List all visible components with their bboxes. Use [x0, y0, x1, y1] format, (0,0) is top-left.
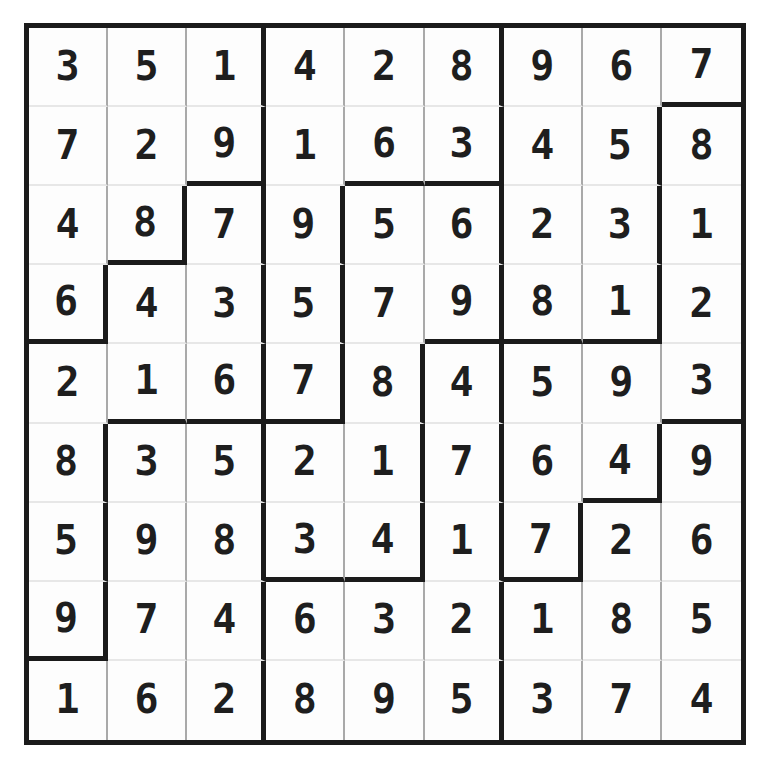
cell-r9c4[interactable]: 8 — [266, 661, 345, 740]
digit: 7 — [212, 204, 236, 244]
cell-r6c2[interactable]: 3 — [108, 424, 187, 503]
cell-r5c9[interactable]: 3 — [662, 344, 741, 423]
digit: 2 — [372, 46, 396, 86]
cell-r3c2[interactable]: 8 — [108, 186, 187, 265]
digit: 1 — [450, 520, 474, 560]
cell-r6c5[interactable]: 1 — [345, 424, 424, 503]
cell-r6c1[interactable]: 8 — [29, 424, 108, 503]
digit: 1 — [56, 679, 80, 719]
digit: 2 — [293, 441, 317, 481]
digit: 3 — [608, 204, 632, 244]
digit: 1 — [608, 281, 632, 321]
cell-r1c7[interactable]: 9 — [504, 28, 583, 107]
cell-r1c4[interactable]: 4 — [266, 28, 345, 107]
digit: 5 — [689, 599, 713, 639]
digit: 9 — [609, 362, 633, 402]
cell-r2c3[interactable]: 9 — [187, 107, 266, 186]
digit: 3 — [293, 519, 317, 559]
digit: 2 — [212, 679, 236, 719]
cell-r5c3[interactable]: 6 — [187, 344, 266, 423]
digit: 6 — [689, 520, 713, 560]
cell-r2c4[interactable]: 1 — [266, 107, 345, 186]
cell-r2c7[interactable]: 4 — [504, 107, 583, 186]
digit: 3 — [530, 679, 554, 719]
digit: 5 — [291, 283, 315, 323]
cell-r3c4[interactable]: 9 — [266, 186, 345, 265]
digit: 7 — [450, 441, 474, 481]
cell-r4c3[interactable]: 3 — [187, 265, 266, 344]
cell-r2c5[interactable]: 6 — [345, 107, 424, 186]
cell-r4c7[interactable]: 8 — [504, 265, 583, 344]
cell-r7c8[interactable]: 2 — [583, 503, 662, 582]
digit: 1 — [370, 441, 394, 481]
digit: 6 — [372, 123, 396, 163]
cell-r9c5[interactable]: 9 — [345, 661, 424, 740]
cell-r9c7[interactable]: 3 — [504, 661, 583, 740]
digit: 1 — [293, 125, 317, 165]
cell-r7c9[interactable]: 6 — [662, 503, 741, 582]
cell-r3c7[interactable]: 2 — [504, 186, 583, 265]
cell-r5c1[interactable]: 2 — [29, 344, 108, 423]
cell-r9c2[interactable]: 6 — [108, 661, 187, 740]
digit: 4 — [293, 46, 317, 86]
digit: 7 — [56, 125, 80, 165]
cell-r3c3[interactable]: 7 — [187, 186, 266, 265]
cell-r6c8[interactable]: 4 — [583, 424, 662, 503]
digit: 8 — [293, 679, 317, 719]
cell-r1c8[interactable]: 6 — [583, 28, 662, 107]
digit: 3 — [450, 123, 474, 163]
digit: 6 — [54, 281, 78, 321]
cell-r4c6[interactable]: 9 — [425, 265, 504, 344]
digit: 8 — [133, 202, 157, 242]
cell-r5c8[interactable]: 9 — [583, 344, 662, 423]
cell-r9c8[interactable]: 7 — [583, 661, 662, 740]
digit: 3 — [56, 46, 80, 86]
digit: 6 — [609, 46, 633, 86]
digit: 4 — [56, 204, 80, 244]
cell-r9c6[interactable]: 5 — [425, 661, 504, 740]
digit: 6 — [530, 441, 554, 481]
cell-r5c6[interactable]: 4 — [425, 344, 504, 423]
cell-r8c3[interactable]: 4 — [187, 582, 266, 661]
cell-r6c6[interactable]: 7 — [425, 424, 504, 503]
cell-r4c9[interactable]: 2 — [662, 265, 741, 344]
cell-r6c9[interactable]: 9 — [662, 424, 741, 503]
cell-r4c5[interactable]: 7 — [345, 265, 424, 344]
digit: 5 — [54, 520, 78, 560]
cell-r9c9[interactable]: 4 — [662, 661, 741, 740]
digit: 4 — [370, 519, 394, 559]
digit: 5 — [372, 204, 396, 244]
digit: 4 — [135, 283, 159, 323]
cell-r6c4[interactable]: 2 — [266, 424, 345, 503]
cell-r6c3[interactable]: 5 — [187, 424, 266, 503]
cell-r7c6[interactable]: 1 — [425, 503, 504, 582]
cell-r3c5[interactable]: 5 — [345, 186, 424, 265]
digit: 7 — [372, 283, 396, 323]
digit: 5 — [212, 441, 236, 481]
cell-r7c3[interactable]: 8 — [187, 503, 266, 582]
digit: 1 — [689, 204, 713, 244]
digit: 5 — [608, 125, 632, 165]
cell-r4c1[interactable]: 6 — [29, 265, 108, 344]
digit: 2 — [135, 125, 159, 165]
digit: 6 — [293, 599, 317, 639]
digit: 4 — [530, 125, 554, 165]
cell-r8c5[interactable]: 3 — [345, 582, 424, 661]
cell-r4c2[interactable]: 4 — [108, 265, 187, 344]
digit: 2 — [530, 204, 554, 244]
cell-r9c3[interactable]: 2 — [187, 661, 266, 740]
cell-r7c5[interactable]: 4 — [345, 503, 424, 582]
cell-r2c1[interactable]: 7 — [29, 107, 108, 186]
page: 3514289677291634584879562316435798122167… — [0, 0, 768, 768]
cell-r3c9[interactable]: 1 — [662, 186, 741, 265]
digit: 8 — [530, 281, 554, 321]
cell-r8c2[interactable]: 7 — [108, 582, 187, 661]
digit: 8 — [609, 599, 633, 639]
cell-r2c6[interactable]: 3 — [425, 107, 504, 186]
cell-r7c7[interactable]: 7 — [504, 503, 583, 582]
cell-r2c9[interactable]: 8 — [662, 107, 741, 186]
cell-r9c1[interactable]: 1 — [29, 661, 108, 740]
digit: 7 — [291, 360, 315, 400]
cell-r2c2[interactable]: 2 — [108, 107, 187, 186]
cell-r1c6[interactable]: 8 — [425, 28, 504, 107]
cell-r1c5[interactable]: 2 — [345, 28, 424, 107]
cell-r1c2[interactable]: 5 — [108, 28, 187, 107]
digit: 4 — [689, 679, 713, 719]
digit: 8 — [212, 520, 236, 560]
cell-r5c5[interactable]: 8 — [345, 344, 424, 423]
sudoku-board: 3514289677291634584879562316435798122167… — [24, 23, 746, 745]
cell-r8c7[interactable]: 1 — [504, 582, 583, 661]
digit: 5 — [135, 46, 159, 86]
cell-r1c1[interactable]: 3 — [29, 28, 108, 107]
cell-r6c7[interactable]: 6 — [504, 424, 583, 503]
cell-r8c8[interactable]: 8 — [583, 582, 662, 661]
digit: 9 — [54, 598, 78, 638]
digit: 3 — [689, 360, 713, 400]
digit: 6 — [135, 679, 159, 719]
cell-r5c7[interactable]: 5 — [504, 344, 583, 423]
digit: 3 — [372, 599, 396, 639]
digit: 6 — [450, 204, 474, 244]
cell-r1c9[interactable]: 7 — [662, 28, 741, 107]
digit: 7 — [609, 679, 633, 719]
digit: 5 — [450, 679, 474, 719]
cell-r3c6[interactable]: 6 — [425, 186, 504, 265]
digit: 2 — [689, 283, 713, 323]
cell-r8c4[interactable]: 6 — [266, 582, 345, 661]
cell-r3c1[interactable]: 4 — [29, 186, 108, 265]
digit: 8 — [370, 362, 394, 402]
cell-r8c6[interactable]: 2 — [425, 582, 504, 661]
digit: 9 — [212, 123, 236, 163]
cell-r5c2[interactable]: 1 — [108, 344, 187, 423]
digit: 5 — [530, 362, 554, 402]
digit: 9 — [135, 520, 159, 560]
digit: 7 — [529, 519, 553, 559]
cell-r8c1[interactable]: 9 — [29, 582, 108, 661]
cell-r3c8[interactable]: 3 — [583, 186, 662, 265]
digit: 1 — [530, 599, 554, 639]
digit: 9 — [450, 281, 474, 321]
digit: 3 — [135, 441, 159, 481]
digit: 8 — [689, 125, 713, 165]
digit: 6 — [212, 360, 236, 400]
digit: 1 — [212, 46, 236, 86]
cell-r7c2[interactable]: 9 — [108, 503, 187, 582]
cell-r8c9[interactable]: 5 — [662, 582, 741, 661]
digit: 9 — [291, 204, 315, 244]
digit: 4 — [608, 440, 632, 480]
digit: 8 — [54, 441, 78, 481]
digit: 9 — [372, 679, 396, 719]
digit: 9 — [530, 46, 554, 86]
cell-r4c4[interactable]: 5 — [266, 265, 345, 344]
cell-r2c8[interactable]: 5 — [583, 107, 662, 186]
cell-r5c4[interactable]: 7 — [266, 344, 345, 423]
cell-r4c8[interactable]: 1 — [583, 265, 662, 344]
cell-r1c3[interactable]: 1 — [187, 28, 266, 107]
digit: 3 — [212, 283, 236, 323]
cell-r7c1[interactable]: 5 — [29, 503, 108, 582]
digit: 2 — [450, 599, 474, 639]
cell-r7c4[interactable]: 3 — [266, 503, 345, 582]
digit: 2 — [56, 362, 80, 402]
digit: 4 — [450, 362, 474, 402]
digit: 1 — [135, 360, 159, 400]
digit: 8 — [450, 46, 474, 86]
digit: 2 — [609, 520, 633, 560]
digit: 7 — [135, 599, 159, 639]
digit: 9 — [689, 441, 713, 481]
digit: 7 — [689, 44, 713, 84]
digit: 4 — [212, 599, 236, 639]
